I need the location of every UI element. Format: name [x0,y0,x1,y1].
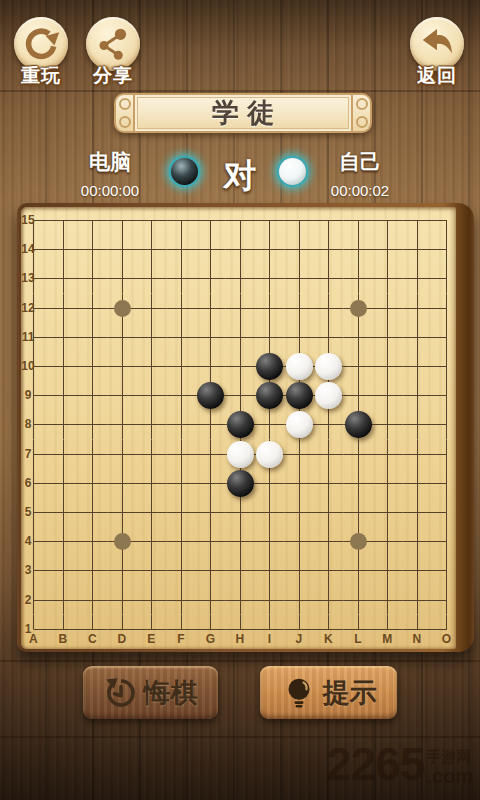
board-intersection-F10[interactable] [167,352,197,381]
board-intersection-K10[interactable] [314,352,344,381]
black-stone [256,353,283,380]
board-intersection-B8[interactable] [49,410,79,439]
board-intersection-O6[interactable] [432,469,456,498]
banner-ornament-left [114,93,133,133]
board-intersection-L12[interactable] [344,294,374,323]
white-stone [315,382,342,409]
board-intersection-D8[interactable] [108,410,138,439]
board-intersection-H9[interactable] [226,381,256,410]
col-label-K: K [320,632,336,646]
board-intersection-K3[interactable] [314,556,344,585]
board-intersection-M8[interactable] [373,410,403,439]
board-intersection-J15[interactable] [285,207,315,235]
board-intersection-G2[interactable] [196,585,226,614]
board-intersection-K7[interactable] [314,440,344,469]
board-intersection-B7[interactable] [49,440,79,469]
board-intersection-C6[interactable] [78,469,108,498]
board-intersection-B9[interactable] [49,381,79,410]
row-label-9: 9 [21,388,35,402]
board-intersection-J7[interactable] [285,440,315,469]
board-intersection-E2[interactable] [137,585,167,614]
board-intersection-G14[interactable] [196,235,226,264]
ornament-curl [356,116,368,128]
board-intersection-C12[interactable] [78,294,108,323]
board-intersection-O13[interactable] [432,264,456,293]
board-intersection-I12[interactable] [255,294,285,323]
board-intersection-I9[interactable] [255,381,285,410]
player-computer-timer: 00:00:00 [55,182,165,199]
board-intersection-I5[interactable] [255,498,285,527]
board-intersection-K13[interactable] [314,264,344,293]
board-intersection-G7[interactable] [196,440,226,469]
board-intersection-I15[interactable] [255,207,285,235]
board-intersection-C4[interactable] [78,527,108,556]
back-label: 返回 [401,63,473,89]
board-intersection-D14[interactable] [108,235,138,264]
board-intersection-J6[interactable] [285,469,315,498]
board-intersection-F14[interactable] [167,235,197,264]
row-label-7: 7 [21,447,35,461]
board-intersection-N5[interactable] [403,498,433,527]
board-intersection-O12[interactable] [432,294,456,323]
board-intersection-H3[interactable] [226,556,256,585]
ornament-curl [356,98,368,110]
board-intersection-I14[interactable] [255,235,285,264]
board-intersection-N8[interactable] [403,410,433,439]
board-face: 151413121110987654321ABCDEFGHIJKLMNO [21,207,456,649]
board-intersection-K2[interactable] [314,585,344,614]
board-intersection-G11[interactable] [196,323,226,352]
board-intersection-L5[interactable] [344,498,374,527]
board-intersection-O2[interactable] [432,585,456,614]
col-label-M: M [379,632,395,646]
white-stone-indicator [279,158,306,185]
board-intersection-O3[interactable] [432,556,456,585]
board-intersection-K9[interactable] [314,381,344,410]
white-stone [286,353,313,380]
player-self: 自己 00:00:02 [305,148,415,199]
board-intersection-H7[interactable] [226,440,256,469]
board-intersection-M4[interactable] [373,527,403,556]
board-intersection-C3[interactable] [78,556,108,585]
board-intersection-B5[interactable] [49,498,79,527]
board-intersection-N12[interactable] [403,294,433,323]
board-intersection-F13[interactable] [167,264,197,293]
board-intersection-L7[interactable] [344,440,374,469]
board-intersection-K11[interactable] [314,323,344,352]
board-intersection-C5[interactable] [78,498,108,527]
board-intersection-O7[interactable] [432,440,456,469]
wood-seam [0,660,480,662]
board-intersection-O8[interactable] [432,410,456,439]
board-intersection-O9[interactable] [432,381,456,410]
board-intersection-K12[interactable] [314,294,344,323]
hint-button[interactable]: 提示 [260,666,397,719]
board-intersection-J4[interactable] [285,527,315,556]
board-intersection-L3[interactable] [344,556,374,585]
watermark: 2265 手游网 .com [326,742,473,786]
board-intersection-E15[interactable] [137,207,167,235]
board-intersection-F9[interactable] [167,381,197,410]
row-label-13: 13 [21,271,35,285]
board-intersection-L2[interactable] [344,585,374,614]
col-label-F: F [173,632,189,646]
board-intersection-E10[interactable] [137,352,167,381]
board-intersection-K14[interactable] [314,235,344,264]
board-intersection-B6[interactable] [49,469,79,498]
board-intersection-L15[interactable] [344,207,374,235]
board-intersection-I10[interactable] [255,352,285,381]
board-intersection-M13[interactable] [373,264,403,293]
back-arrow-icon [418,25,456,63]
board-intersection-K5[interactable] [314,498,344,527]
board-intersection-F5[interactable] [167,498,197,527]
row-label-10: 10 [21,359,35,373]
board-intersection-M9[interactable] [373,381,403,410]
col-label-C: C [84,632,100,646]
board-intersection-M2[interactable] [373,585,403,614]
watermark-side: 手游网 .com [426,748,473,786]
board-intersection-H13[interactable] [226,264,256,293]
board-intersection-B11[interactable] [49,323,79,352]
board-intersection-I7[interactable] [255,440,285,469]
board-intersection-B15[interactable] [49,207,79,235]
board-intersection-I13[interactable] [255,264,285,293]
wood-seam [0,90,480,92]
board-intersection-C10[interactable] [78,352,108,381]
player-computer: 电脑 00:00:00 [55,148,165,199]
watermark-suffix: .com [426,767,473,785]
row-label-5: 5 [21,505,35,519]
board-intersection-J11[interactable] [285,323,315,352]
white-stone [227,441,254,468]
black-stone [227,411,254,438]
board-intersection-O10[interactable] [432,352,456,381]
col-label-B: B [55,632,71,646]
board-intersection-H6[interactable] [226,469,256,498]
rank-banner: 学徒 [114,93,372,133]
board-intersection-B13[interactable] [49,264,79,293]
col-label-D: D [114,632,130,646]
board-intersection-H15[interactable] [226,207,256,235]
board-intersection-D7[interactable] [108,440,138,469]
board-intersection-H11[interactable] [226,323,256,352]
board-intersection-D15[interactable] [108,207,138,235]
white-stone [256,441,283,468]
col-label-O: O [438,632,454,646]
banner-ornament-right [353,93,372,133]
board-intersection-C2[interactable] [78,585,108,614]
board-intersection-O14[interactable] [432,235,456,264]
player-computer-name: 电脑 [55,148,165,176]
board-intersection-B2[interactable] [49,585,79,614]
board-intersection-J5[interactable] [285,498,315,527]
board-intersection-I11[interactable] [255,323,285,352]
board-intersection-E14[interactable] [137,235,167,264]
hint-label: 提示 [323,675,377,711]
board-intersection-N3[interactable] [403,556,433,585]
board-intersection-J3[interactable] [285,556,315,585]
board-intersection-D4[interactable] [108,527,138,556]
board-intersection-K6[interactable] [314,469,344,498]
board-intersection-M15[interactable] [373,207,403,235]
board-intersection-N9[interactable] [403,381,433,410]
undo-label: 悔棋 [144,675,198,711]
black-stone [197,382,224,409]
board-intersection-F7[interactable] [167,440,197,469]
ornament-curl [119,98,131,110]
row-label-2: 2 [21,593,35,607]
row-label-11: 11 [21,330,35,344]
board-intersection-N11[interactable] [403,323,433,352]
board-intersection-F6[interactable] [167,469,197,498]
versus-label: 对 [218,154,262,199]
board-intersection-L11[interactable] [344,323,374,352]
board-intersection-H2[interactable] [226,585,256,614]
board-intersection-H10[interactable] [226,352,256,381]
board-intersection-N2[interactable] [403,585,433,614]
board-intersection-B14[interactable] [49,235,79,264]
board-intersection-D13[interactable] [108,264,138,293]
col-label-I: I [261,632,277,646]
board-intersection-H12[interactable] [226,294,256,323]
board-intersection-F2[interactable] [167,585,197,614]
board-intersection-G15[interactable] [196,207,226,235]
board-intersection-D5[interactable] [108,498,138,527]
share-icon [95,26,131,62]
board-intersection-I4[interactable] [255,527,285,556]
board-intersection-G8[interactable] [196,410,226,439]
row-label-15: 15 [21,213,35,227]
board-intersection-D6[interactable] [108,469,138,498]
row-label-8: 8 [21,417,35,431]
black-stone [256,382,283,409]
row-label-12: 12 [21,301,35,315]
board-intersection-M12[interactable] [373,294,403,323]
undo-button[interactable]: 悔棋 [83,666,218,719]
watermark-number: 2265 [326,742,424,786]
board-intersection-C14[interactable] [78,235,108,264]
board-intersection-K4[interactable] [314,527,344,556]
back-button[interactable]: 返回 [401,17,473,89]
rank-title: 学徒 [204,95,282,131]
col-label-L: L [350,632,366,646]
black-stone [286,382,313,409]
board-intersection-O5[interactable] [432,498,456,527]
board-intersection-J14[interactable] [285,235,315,264]
board-intersection-M11[interactable] [373,323,403,352]
board-intersection-C15[interactable] [78,207,108,235]
board-intersection-L14[interactable] [344,235,374,264]
board-intersection-H8[interactable] [226,410,256,439]
board-intersection-E13[interactable] [137,264,167,293]
board-intersection-E11[interactable] [137,323,167,352]
replay-icon [22,25,60,63]
white-stone [286,411,313,438]
black-stone [227,470,254,497]
board-intersection-L4[interactable] [344,527,374,556]
board-intersection-I8[interactable] [255,410,285,439]
board-intersection-L8[interactable] [344,410,374,439]
board-intersection-E6[interactable] [137,469,167,498]
board-intersection-N4[interactable] [403,527,433,556]
board-intersection-M7[interactable] [373,440,403,469]
undo-icon [104,676,138,710]
board-intersection-G4[interactable] [196,527,226,556]
board-intersection-K8[interactable] [314,410,344,439]
board-intersection-E9[interactable] [137,381,167,410]
board-intersection-O11[interactable] [432,323,456,352]
player-self-timer: 00:00:02 [305,182,415,199]
board-intersection-C7[interactable] [78,440,108,469]
board-intersection-M3[interactable] [373,556,403,585]
board-intersection-E12[interactable] [137,294,167,323]
board-intersection-L13[interactable] [344,264,374,293]
board-intersection-L10[interactable] [344,352,374,381]
replay-button[interactable]: 重玩 [5,17,77,89]
board-intersection-E3[interactable] [137,556,167,585]
board-intersection-N10[interactable] [403,352,433,381]
gomoku-board: 151413121110987654321ABCDEFGHIJKLMNO [17,203,474,652]
board-intersection-B12[interactable] [49,294,79,323]
board-intersection-E7[interactable] [137,440,167,469]
row-label-14: 14 [21,242,35,256]
board-intersection-C11[interactable] [78,323,108,352]
board-intersection-M14[interactable] [373,235,403,264]
board-intersection-C13[interactable] [78,264,108,293]
col-label-J: J [291,632,307,646]
board-intersection-H4[interactable] [226,527,256,556]
col-label-A: A [25,632,41,646]
board-intersection-N7[interactable] [403,440,433,469]
board-intersection-J13[interactable] [285,264,315,293]
board-intersection-E8[interactable] [137,410,167,439]
board-intersection-F15[interactable] [167,207,197,235]
black-stone [345,411,372,438]
board-intersection-G10[interactable] [196,352,226,381]
board-intersection-I6[interactable] [255,469,285,498]
col-label-H: H [232,632,248,646]
board-intersection-K15[interactable] [314,207,344,235]
board-intersection-G12[interactable] [196,294,226,323]
player-self-name: 自己 [305,148,415,176]
board-intersection-F11[interactable] [167,323,197,352]
board-intersection-B10[interactable] [49,352,79,381]
col-label-N: N [409,632,425,646]
replay-label: 重玩 [5,63,77,89]
board-intersection-C8[interactable] [78,410,108,439]
board-intersection-H5[interactable] [226,498,256,527]
row-label-3: 3 [21,563,35,577]
board-intersection-I3[interactable] [255,556,285,585]
board-intersection-M10[interactable] [373,352,403,381]
board-intersection-D10[interactable] [108,352,138,381]
board-intersection-F3[interactable] [167,556,197,585]
board-intersection-H14[interactable] [226,235,256,264]
board-intersection-L6[interactable] [344,469,374,498]
ornament-curl [119,116,131,128]
board-intersection-G6[interactable] [196,469,226,498]
board-intersection-F4[interactable] [167,527,197,556]
board-intersection-C9[interactable] [78,381,108,410]
board-intersection-B4[interactable] [49,527,79,556]
board-intersection-B3[interactable] [49,556,79,585]
board-intersection-D12[interactable] [108,294,138,323]
col-label-E: E [143,632,159,646]
board-intersection-F8[interactable] [167,410,197,439]
game-screen: 重玩 分享 返回 学徒 [0,0,480,800]
board-intersection-M6[interactable] [373,469,403,498]
row-label-6: 6 [21,476,35,490]
board-intersection-G5[interactable] [196,498,226,527]
hint-bulb-icon [281,675,317,711]
black-stone-indicator [171,158,198,185]
board-intersection-D3[interactable] [108,556,138,585]
board-intersection-I2[interactable] [255,585,285,614]
board-intersection-J8[interactable] [285,410,315,439]
board-intersection-D11[interactable] [108,323,138,352]
col-label-G: G [202,632,218,646]
board-grid [21,207,456,644]
banner-plate: 学徒 [133,93,353,133]
board-intersection-E4[interactable] [137,527,167,556]
board-intersection-G9[interactable] [196,381,226,410]
board-intersection-J2[interactable] [285,585,315,614]
board-intersection-N15[interactable] [403,207,433,235]
board-intersection-O15[interactable] [432,207,456,235]
board-intersection-J10[interactable] [285,352,315,381]
players-bar: 电脑 00:00:00 对 自己 00:00:02 [0,146,480,198]
board-intersection-G3[interactable] [196,556,226,585]
board-intersection-N13[interactable] [403,264,433,293]
board-intersection-G13[interactable] [196,264,226,293]
share-label: 分享 [77,63,149,89]
board-intersection-F12[interactable] [167,294,197,323]
share-button[interactable]: 分享 [77,17,149,89]
row-label-4: 4 [21,534,35,548]
board-intersection-D9[interactable] [108,381,138,410]
board-intersection-M5[interactable] [373,498,403,527]
white-stone [315,353,342,380]
board-intersection-E5[interactable] [137,498,167,527]
board-intersection-D2[interactable] [108,585,138,614]
board-intersection-O4[interactable] [432,527,456,556]
board-intersection-N14[interactable] [403,235,433,264]
board-intersection-J12[interactable] [285,294,315,323]
board-intersection-J9[interactable] [285,381,315,410]
board-intersection-N6[interactable] [403,469,433,498]
board-intersection-L9[interactable] [344,381,374,410]
